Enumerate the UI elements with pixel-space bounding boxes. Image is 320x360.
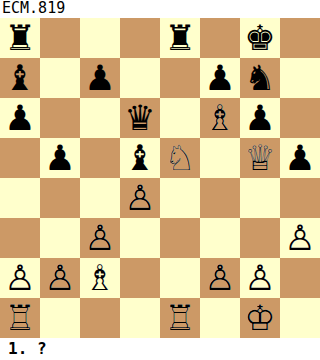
square-b5[interactable]: ♟	[40, 138, 80, 178]
move-prompt: 1. ?	[0, 338, 320, 360]
square-a3[interactable]	[0, 218, 40, 258]
square-h7[interactable]	[280, 58, 320, 98]
square-c6[interactable]	[80, 98, 120, 138]
square-e4[interactable]	[160, 178, 200, 218]
square-g1[interactable]: ♔	[240, 298, 280, 338]
square-e6[interactable]	[160, 98, 200, 138]
white-knight-piece-e5: ♘	[160, 138, 200, 178]
square-b6[interactable]	[40, 98, 80, 138]
square-e8[interactable]: ♜	[160, 18, 200, 58]
black-pawn-piece-g6: ♟	[240, 98, 280, 138]
white-king-piece-g1: ♔	[240, 298, 280, 338]
square-g8[interactable]: ♚	[240, 18, 280, 58]
square-b3[interactable]	[40, 218, 80, 258]
square-b4[interactable]	[40, 178, 80, 218]
square-a5[interactable]	[0, 138, 40, 178]
black-queen-piece-d6: ♛	[120, 98, 160, 138]
square-b7[interactable]	[40, 58, 80, 98]
white-pawn-piece-g2: ♙	[240, 258, 280, 298]
square-f4[interactable]	[200, 178, 240, 218]
square-c1[interactable]	[80, 298, 120, 338]
square-f5[interactable]	[200, 138, 240, 178]
square-g5[interactable]: ♕	[240, 138, 280, 178]
white-pawn-piece-f2: ♙	[200, 258, 240, 298]
square-a4[interactable]	[0, 178, 40, 218]
square-f8[interactable]	[200, 18, 240, 58]
square-f3[interactable]	[200, 218, 240, 258]
square-c4[interactable]	[80, 178, 120, 218]
square-d5[interactable]: ♝	[120, 138, 160, 178]
black-king-piece-g8: ♚	[240, 18, 280, 58]
square-c5[interactable]	[80, 138, 120, 178]
square-d8[interactable]	[120, 18, 160, 58]
chess-puzzle-page: ECM.819 ♜♜♚♝♟♟♞♟♛♗♟♟♝♘♕♟♙♙♙♙♙♗♙♙♖♖♔ 1. ?	[0, 0, 320, 360]
square-b1[interactable]	[40, 298, 80, 338]
square-g2[interactable]: ♙	[240, 258, 280, 298]
square-h1[interactable]	[280, 298, 320, 338]
white-pawn-piece-d4: ♙	[120, 178, 160, 218]
black-rook-piece-e8: ♜	[160, 18, 200, 58]
white-pawn-piece-b2: ♙	[40, 258, 80, 298]
white-pawn-piece-h3: ♙	[280, 218, 320, 258]
black-bishop-piece-d5: ♝	[120, 138, 160, 178]
white-rook-piece-a1: ♖	[0, 298, 40, 338]
square-d1[interactable]	[120, 298, 160, 338]
square-h3[interactable]: ♙	[280, 218, 320, 258]
square-d2[interactable]	[120, 258, 160, 298]
square-b8[interactable]	[40, 18, 80, 58]
black-pawn-piece-f7: ♟	[200, 58, 240, 98]
white-pawn-piece-a2: ♙	[0, 258, 40, 298]
square-a2[interactable]: ♙	[0, 258, 40, 298]
square-d7[interactable]	[120, 58, 160, 98]
chess-board: ♜♜♚♝♟♟♞♟♛♗♟♟♝♘♕♟♙♙♙♙♙♗♙♙♖♖♔	[0, 18, 320, 338]
square-c8[interactable]	[80, 18, 120, 58]
square-g6[interactable]: ♟	[240, 98, 280, 138]
square-c2[interactable]: ♗	[80, 258, 120, 298]
black-pawn-piece-b5: ♟	[40, 138, 80, 178]
black-pawn-piece-h5: ♟	[280, 138, 320, 178]
black-rook-piece-a8: ♜	[0, 18, 40, 58]
square-d4[interactable]: ♙	[120, 178, 160, 218]
white-bishop-piece-c2: ♗	[80, 258, 120, 298]
square-h8[interactable]	[280, 18, 320, 58]
square-a7[interactable]: ♝	[0, 58, 40, 98]
square-e5[interactable]: ♘	[160, 138, 200, 178]
black-pawn-piece-c7: ♟	[80, 58, 120, 98]
square-e7[interactable]	[160, 58, 200, 98]
black-knight-piece-g7: ♞	[240, 58, 280, 98]
square-e3[interactable]	[160, 218, 200, 258]
white-pawn-piece-c3: ♙	[80, 218, 120, 258]
square-a1[interactable]: ♖	[0, 298, 40, 338]
square-f6[interactable]: ♗	[200, 98, 240, 138]
square-e2[interactable]	[160, 258, 200, 298]
square-h5[interactable]: ♟	[280, 138, 320, 178]
puzzle-id: ECM.819	[0, 0, 320, 18]
square-c7[interactable]: ♟	[80, 58, 120, 98]
square-h2[interactable]	[280, 258, 320, 298]
square-b2[interactable]: ♙	[40, 258, 80, 298]
black-pawn-piece-a6: ♟	[0, 98, 40, 138]
square-g7[interactable]: ♞	[240, 58, 280, 98]
square-d3[interactable]	[120, 218, 160, 258]
square-d6[interactable]: ♛	[120, 98, 160, 138]
square-a8[interactable]: ♜	[0, 18, 40, 58]
square-f1[interactable]	[200, 298, 240, 338]
square-f7[interactable]: ♟	[200, 58, 240, 98]
white-rook-piece-e1: ♖	[160, 298, 200, 338]
square-g3[interactable]	[240, 218, 280, 258]
square-e1[interactable]: ♖	[160, 298, 200, 338]
square-h4[interactable]	[280, 178, 320, 218]
white-queen-piece-g5: ♕	[240, 138, 280, 178]
white-bishop-piece-f6: ♗	[200, 98, 240, 138]
square-g4[interactable]	[240, 178, 280, 218]
square-h6[interactable]	[280, 98, 320, 138]
black-bishop-piece-a7: ♝	[0, 58, 40, 98]
square-a6[interactable]: ♟	[0, 98, 40, 138]
square-f2[interactable]: ♙	[200, 258, 240, 298]
square-c3[interactable]: ♙	[80, 218, 120, 258]
